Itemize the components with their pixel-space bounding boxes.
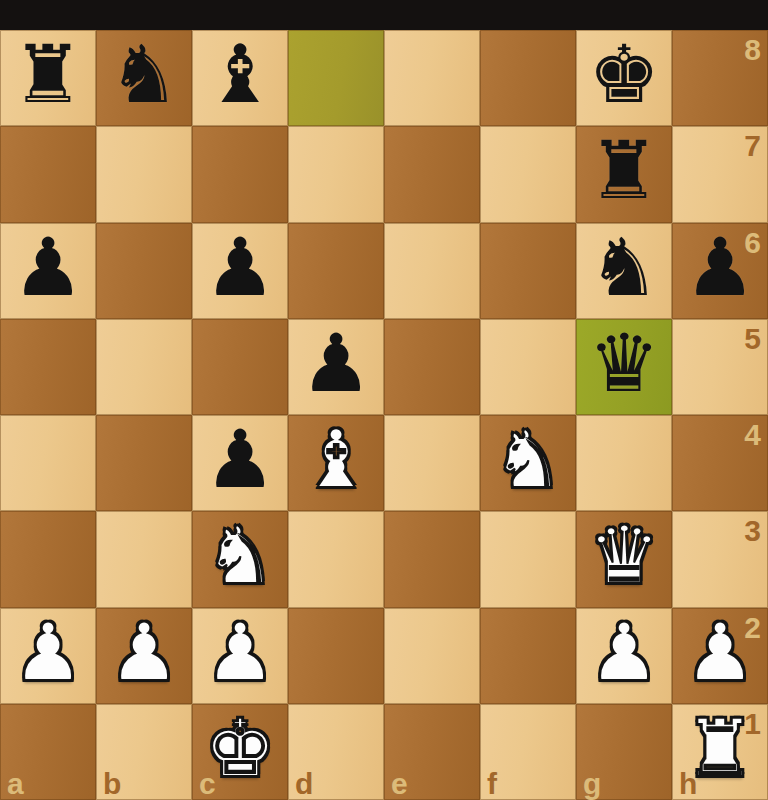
piece-white-knight[interactable]: ♞ xyxy=(492,420,564,500)
piece-black-knight[interactable]: ♞ xyxy=(108,35,180,115)
file-label-a: a xyxy=(7,769,24,799)
chess-app-screen: ♜♞♝♚8♜7♟♟♞♟6♟♛5♟♝♞4♞♛3♟♟♟♟♟2ab♚cdefg♜1h xyxy=(0,0,768,800)
square-c2[interactable]: ♟ xyxy=(192,608,288,704)
square-f2[interactable] xyxy=(480,608,576,704)
square-b7[interactable] xyxy=(96,126,192,222)
square-c6[interactable]: ♟ xyxy=(192,223,288,319)
square-g2[interactable]: ♟ xyxy=(576,608,672,704)
square-e5[interactable] xyxy=(384,319,480,415)
square-b5[interactable] xyxy=(96,319,192,415)
file-label-g: g xyxy=(583,769,601,799)
piece-white-queen[interactable]: ♛ xyxy=(588,516,660,596)
square-h1[interactable]: ♜1h xyxy=(672,704,768,800)
square-d2[interactable] xyxy=(288,608,384,704)
square-d1[interactable]: d xyxy=(288,704,384,800)
square-a6[interactable]: ♟ xyxy=(0,223,96,319)
square-f3[interactable] xyxy=(480,511,576,607)
square-f8[interactable] xyxy=(480,30,576,126)
square-e6[interactable] xyxy=(384,223,480,319)
piece-white-rook[interactable]: ♜ xyxy=(684,709,756,789)
square-a7[interactable] xyxy=(0,126,96,222)
square-d7[interactable] xyxy=(288,126,384,222)
square-c1[interactable]: ♚c xyxy=(192,704,288,800)
square-d3[interactable] xyxy=(288,511,384,607)
square-c7[interactable] xyxy=(192,126,288,222)
piece-white-bishop[interactable]: ♝ xyxy=(300,420,372,500)
piece-white-pawn[interactable]: ♟ xyxy=(204,613,276,693)
piece-white-pawn[interactable]: ♟ xyxy=(684,613,756,693)
piece-black-pawn[interactable]: ♟ xyxy=(12,228,84,308)
square-g1[interactable]: g xyxy=(576,704,672,800)
file-label-e: e xyxy=(391,769,408,799)
square-g5[interactable]: ♛ xyxy=(576,319,672,415)
square-c5[interactable] xyxy=(192,319,288,415)
square-h7[interactable]: 7 xyxy=(672,126,768,222)
rank-label-8: 8 xyxy=(744,35,761,65)
file-label-b: b xyxy=(103,769,121,799)
piece-white-pawn[interactable]: ♟ xyxy=(12,613,84,693)
square-g8[interactable]: ♚ xyxy=(576,30,672,126)
square-b8[interactable]: ♞ xyxy=(96,30,192,126)
rank-label-7: 7 xyxy=(744,131,761,161)
square-b2[interactable]: ♟ xyxy=(96,608,192,704)
square-h3[interactable]: 3 xyxy=(672,511,768,607)
piece-white-king[interactable]: ♚ xyxy=(204,709,276,789)
piece-black-rook[interactable]: ♜ xyxy=(588,131,660,211)
square-f4[interactable]: ♞ xyxy=(480,415,576,511)
square-c3[interactable]: ♞ xyxy=(192,511,288,607)
piece-black-pawn[interactable]: ♟ xyxy=(684,228,756,308)
square-d8[interactable] xyxy=(288,30,384,126)
square-e7[interactable] xyxy=(384,126,480,222)
square-a4[interactable] xyxy=(0,415,96,511)
file-label-d: d xyxy=(295,769,313,799)
square-h8[interactable]: 8 xyxy=(672,30,768,126)
square-g6[interactable]: ♞ xyxy=(576,223,672,319)
square-b1[interactable]: b xyxy=(96,704,192,800)
square-f7[interactable] xyxy=(480,126,576,222)
square-c8[interactable]: ♝ xyxy=(192,30,288,126)
piece-black-pawn[interactable]: ♟ xyxy=(204,420,276,500)
square-a1[interactable]: a xyxy=(0,704,96,800)
file-label-f: f xyxy=(487,769,497,799)
square-h4[interactable]: 4 xyxy=(672,415,768,511)
square-e1[interactable]: e xyxy=(384,704,480,800)
square-e4[interactable] xyxy=(384,415,480,511)
square-b3[interactable] xyxy=(96,511,192,607)
piece-black-rook[interactable]: ♜ xyxy=(12,35,84,115)
piece-black-bishop[interactable]: ♝ xyxy=(204,35,276,115)
square-g3[interactable]: ♛ xyxy=(576,511,672,607)
piece-black-king[interactable]: ♚ xyxy=(588,35,660,115)
square-h5[interactable]: 5 xyxy=(672,319,768,415)
square-b6[interactable] xyxy=(96,223,192,319)
rank-label-3: 3 xyxy=(744,516,761,546)
top-letterbox-bar xyxy=(0,0,768,30)
square-d6[interactable] xyxy=(288,223,384,319)
rank-label-4: 4 xyxy=(744,420,761,450)
square-d4[interactable]: ♝ xyxy=(288,415,384,511)
square-f5[interactable] xyxy=(480,319,576,415)
rank-label-5: 5 xyxy=(744,324,761,354)
chess-board: ♜♞♝♚8♜7♟♟♞♟6♟♛5♟♝♞4♞♛3♟♟♟♟♟2ab♚cdefg♜1h xyxy=(0,30,768,800)
piece-black-knight[interactable]: ♞ xyxy=(588,228,660,308)
square-h2[interactable]: ♟2 xyxy=(672,608,768,704)
square-g4[interactable] xyxy=(576,415,672,511)
piece-black-pawn[interactable]: ♟ xyxy=(300,324,372,404)
square-a8[interactable]: ♜ xyxy=(0,30,96,126)
square-h6[interactable]: ♟6 xyxy=(672,223,768,319)
square-e3[interactable] xyxy=(384,511,480,607)
square-g7[interactable]: ♜ xyxy=(576,126,672,222)
square-f6[interactable] xyxy=(480,223,576,319)
piece-white-pawn[interactable]: ♟ xyxy=(108,613,180,693)
square-b4[interactable] xyxy=(96,415,192,511)
square-e8[interactable] xyxy=(384,30,480,126)
square-c4[interactable]: ♟ xyxy=(192,415,288,511)
piece-white-pawn[interactable]: ♟ xyxy=(588,613,660,693)
piece-white-knight[interactable]: ♞ xyxy=(204,516,276,596)
square-d5[interactable]: ♟ xyxy=(288,319,384,415)
square-a3[interactable] xyxy=(0,511,96,607)
square-a5[interactable] xyxy=(0,319,96,415)
piece-black-pawn[interactable]: ♟ xyxy=(204,228,276,308)
piece-black-queen[interactable]: ♛ xyxy=(588,324,660,404)
square-a2[interactable]: ♟ xyxy=(0,608,96,704)
square-f1[interactable]: f xyxy=(480,704,576,800)
square-e2[interactable] xyxy=(384,608,480,704)
